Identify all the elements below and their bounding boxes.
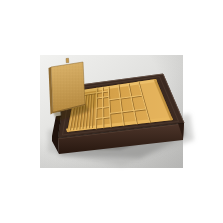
lid-knob: [66, 58, 69, 63]
product-photo: [0, 0, 223, 223]
